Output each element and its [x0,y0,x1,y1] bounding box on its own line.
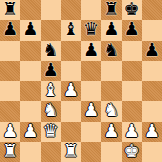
square-b4[interactable] [20,81,40,101]
square-g4[interactable] [122,81,142,101]
piece-black-pawn: ♟ [124,20,140,38]
square-h1[interactable] [142,142,162,162]
square-f4[interactable] [101,81,121,101]
square-c4[interactable]: ♝ [41,81,61,101]
square-a8[interactable]: ♜ [0,0,20,20]
square-d4[interactable]: ♟ [61,81,81,101]
square-a2[interactable]: ♟ [0,122,20,142]
piece-black-knight: ♞ [103,41,119,59]
piece-black-pawn: ♟ [103,20,119,38]
square-f3[interactable]: ♞ [101,101,121,121]
square-h5[interactable] [142,61,162,81]
square-e1[interactable] [81,142,101,162]
square-f5[interactable] [101,61,121,81]
square-c2[interactable]: ♛ [41,122,61,142]
square-c5[interactable]: ♟ [41,61,61,81]
square-g1[interactable]: ♚ [122,142,142,162]
piece-white-bishop: ♝ [43,81,59,99]
piece-white-rook: ♜ [63,142,79,160]
square-f6[interactable]: ♞ [101,41,121,61]
square-b7[interactable]: ♟ [20,20,40,40]
square-d6[interactable] [61,41,81,61]
square-g7[interactable]: ♟ [122,20,142,40]
square-h8[interactable] [142,0,162,20]
piece-black-rook: ♜ [2,0,18,18]
piece-black-pawn: ♟ [83,41,99,59]
square-a5[interactable] [0,61,20,81]
square-f7[interactable]: ♟ [101,20,121,40]
piece-white-pawn: ♟ [22,122,38,140]
piece-black-king: ♚ [124,0,140,18]
square-d3[interactable] [61,101,81,121]
square-e4[interactable] [81,81,101,101]
piece-white-king: ♚ [124,142,140,160]
square-d2[interactable] [61,122,81,142]
square-c8[interactable] [41,0,61,20]
piece-white-pawn: ♟ [63,81,79,99]
square-g2[interactable]: ♟ [122,122,142,142]
square-c7[interactable] [41,20,61,40]
square-e7[interactable]: ♛ [81,20,101,40]
piece-white-rook: ♜ [2,142,18,160]
square-h3[interactable] [142,101,162,121]
chess-board: ♜♜♚♟♟♝♛♟♟♞♟♞♟♟♝♟♞♟♞♟♟♛♟♟♟♜♜♚ [0,0,162,162]
square-e8[interactable] [81,0,101,20]
square-h7[interactable] [142,20,162,40]
piece-white-knight: ♞ [103,101,119,119]
square-f1[interactable] [101,142,121,162]
square-b8[interactable] [20,0,40,20]
square-g5[interactable] [122,61,142,81]
square-a4[interactable] [0,81,20,101]
square-a1[interactable]: ♜ [0,142,20,162]
square-c3[interactable]: ♞ [41,101,61,121]
piece-white-pawn: ♟ [124,122,140,140]
square-h4[interactable] [142,81,162,101]
square-e3[interactable]: ♟ [81,101,101,121]
square-d8[interactable] [61,0,81,20]
piece-white-pawn: ♟ [144,122,160,140]
square-a6[interactable] [0,41,20,61]
piece-black-knight: ♞ [43,41,59,59]
piece-white-queen: ♛ [43,122,59,140]
piece-white-pawn: ♟ [103,122,119,140]
piece-black-queen: ♛ [83,20,99,38]
square-d7[interactable]: ♝ [61,20,81,40]
square-a3[interactable] [0,101,20,121]
square-a7[interactable]: ♟ [0,20,20,40]
square-c1[interactable] [41,142,61,162]
square-d1[interactable]: ♜ [61,142,81,162]
square-h6[interactable]: ♟ [142,41,162,61]
piece-white-pawn: ♟ [2,122,18,140]
piece-white-pawn: ♟ [83,101,99,119]
square-b6[interactable] [20,41,40,61]
square-b3[interactable] [20,101,40,121]
square-e5[interactable] [81,61,101,81]
square-g6[interactable] [122,41,142,61]
square-b5[interactable] [20,61,40,81]
square-b1[interactable] [20,142,40,162]
piece-black-bishop: ♝ [63,20,79,38]
piece-white-knight: ♞ [43,101,59,119]
piece-black-pawn: ♟ [22,20,38,38]
square-g8[interactable]: ♚ [122,0,142,20]
square-d5[interactable] [61,61,81,81]
piece-black-pawn: ♟ [144,41,160,59]
square-e2[interactable] [81,122,101,142]
piece-black-pawn: ♟ [2,20,18,38]
square-e6[interactable]: ♟ [81,41,101,61]
square-g3[interactable] [122,101,142,121]
piece-black-rook: ♜ [103,0,119,18]
square-h2[interactable]: ♟ [142,122,162,142]
piece-black-pawn: ♟ [43,61,59,79]
square-b2[interactable]: ♟ [20,122,40,142]
square-f2[interactable]: ♟ [101,122,121,142]
square-c6[interactable]: ♞ [41,41,61,61]
square-f8[interactable]: ♜ [101,0,121,20]
